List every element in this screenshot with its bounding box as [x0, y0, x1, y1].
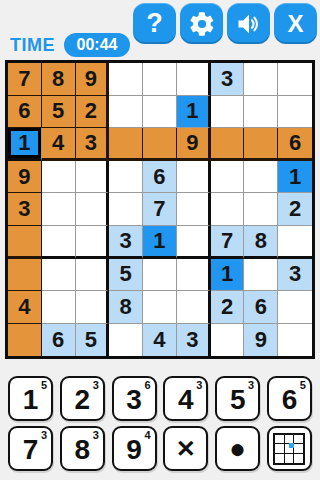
- time-label: TIME: [10, 35, 55, 56]
- speaker-icon: [235, 10, 263, 38]
- cell-r1c3[interactable]: 9: [76, 63, 110, 96]
- cell-r3c4[interactable]: [109, 128, 143, 161]
- cell-r6c8[interactable]: 8: [244, 226, 278, 259]
- cell-r5c5[interactable]: 7: [143, 193, 177, 226]
- cell-r1c8[interactable]: [244, 63, 278, 96]
- cell-r7c3[interactable]: [76, 259, 110, 292]
- cell-r1c2[interactable]: 8: [42, 63, 76, 96]
- cell-r9c2[interactable]: 6: [42, 324, 76, 357]
- cell-r1c4[interactable]: [109, 63, 143, 96]
- cell-r6c6[interactable]: [177, 226, 211, 259]
- cell-r3c1[interactable]: 1: [8, 128, 42, 161]
- cell-r4c9[interactable]: 1: [278, 161, 312, 194]
- cell-r7c1[interactable]: [8, 259, 42, 292]
- cell-r5c3[interactable]: [76, 193, 110, 226]
- cell-r5c9[interactable]: 2: [278, 193, 312, 226]
- cell-r1c9[interactable]: [278, 63, 312, 96]
- cell-r4c2[interactable]: [42, 161, 76, 194]
- cell-r8c4[interactable]: 8: [109, 291, 143, 324]
- cell-r3c7[interactable]: [211, 128, 245, 161]
- cell-r5c2[interactable]: [42, 193, 76, 226]
- cell-r8c8[interactable]: 6: [244, 291, 278, 324]
- notes-button[interactable]: [267, 426, 312, 471]
- cell-r3c8[interactable]: [244, 128, 278, 161]
- cell-r6c4[interactable]: 3: [109, 226, 143, 259]
- help-icon: ?: [146, 10, 163, 37]
- cell-r2c3[interactable]: 2: [76, 96, 110, 129]
- cell-r8c7[interactable]: 2: [211, 291, 245, 324]
- key-3[interactable]: 36: [112, 376, 157, 421]
- sudoku-grid: 78936521143969613723178513482665439: [5, 60, 315, 359]
- cell-r2c7[interactable]: [211, 96, 245, 129]
- cell-r2c2[interactable]: 5: [42, 96, 76, 129]
- key-7[interactable]: 73: [8, 426, 53, 471]
- cell-r2c1[interactable]: 6: [8, 96, 42, 129]
- cell-r9c9[interactable]: [278, 324, 312, 357]
- time-row: TIME 00:44: [10, 33, 130, 57]
- cell-r9c3[interactable]: 5: [76, 324, 110, 357]
- cell-r7c9[interactable]: 3: [278, 259, 312, 292]
- cell-r2c6[interactable]: 1: [177, 96, 211, 129]
- cell-r2c8[interactable]: [244, 96, 278, 129]
- cell-r8c2[interactable]: [42, 291, 76, 324]
- cell-r5c7[interactable]: [211, 193, 245, 226]
- header: ? X TIME 00:44: [0, 0, 320, 60]
- cell-r4c6[interactable]: [177, 161, 211, 194]
- key-8[interactable]: 83: [60, 426, 105, 471]
- cell-r3c6[interactable]: 9: [177, 128, 211, 161]
- cell-r1c1[interactable]: 7: [8, 63, 42, 96]
- cell-r6c7[interactable]: 7: [211, 226, 245, 259]
- cell-r9c7[interactable]: [211, 324, 245, 357]
- help-button[interactable]: ?: [133, 3, 176, 44]
- cell-r9c6[interactable]: 3: [177, 324, 211, 357]
- settings-button[interactable]: [180, 3, 223, 44]
- cell-r3c3[interactable]: 3: [76, 128, 110, 161]
- cell-r3c9[interactable]: 6: [278, 128, 312, 161]
- cell-r3c5[interactable]: [143, 128, 177, 161]
- cell-r4c8[interactable]: [244, 161, 278, 194]
- cell-r5c6[interactable]: [177, 193, 211, 226]
- cell-r6c2[interactable]: [42, 226, 76, 259]
- cell-r7c4[interactable]: 5: [109, 259, 143, 292]
- cell-r7c6[interactable]: [177, 259, 211, 292]
- cell-r9c4[interactable]: [109, 324, 143, 357]
- cell-r5c8[interactable]: [244, 193, 278, 226]
- cell-r8c5[interactable]: [143, 291, 177, 324]
- cell-r7c7[interactable]: 1: [211, 259, 245, 292]
- cell-r1c5[interactable]: [143, 63, 177, 96]
- cell-r2c4[interactable]: [109, 96, 143, 129]
- cell-r4c3[interactable]: [76, 161, 110, 194]
- timer-value: 00:44: [64, 33, 130, 57]
- cell-r5c4[interactable]: [109, 193, 143, 226]
- key-5[interactable]: 53: [215, 376, 260, 421]
- cell-r8c3[interactable]: [76, 291, 110, 324]
- cell-r3c2[interactable]: 4: [42, 128, 76, 161]
- cell-r2c5[interactable]: [143, 96, 177, 129]
- cell-r1c7[interactable]: 3: [211, 63, 245, 96]
- cell-r8c1[interactable]: 4: [8, 291, 42, 324]
- cell-r1c6[interactable]: [177, 63, 211, 96]
- sound-button[interactable]: [227, 3, 270, 44]
- cell-r6c3[interactable]: [76, 226, 110, 259]
- cell-r4c7[interactable]: [211, 161, 245, 194]
- cell-r9c1[interactable]: [8, 324, 42, 357]
- pen-button[interactable]: ●: [215, 426, 260, 471]
- key-6[interactable]: 65: [267, 376, 312, 421]
- cell-r4c4[interactable]: [109, 161, 143, 194]
- erase-icon: ✕: [176, 437, 196, 461]
- cell-r8c9[interactable]: [278, 291, 312, 324]
- cell-r7c5[interactable]: [143, 259, 177, 292]
- close-button[interactable]: X: [274, 3, 317, 44]
- key-2[interactable]: 23: [60, 376, 105, 421]
- cell-r7c8[interactable]: [244, 259, 278, 292]
- keypad-row-2: 738394 ✕ ●: [8, 426, 312, 471]
- notes-grid-icon: [273, 433, 305, 465]
- key-4[interactable]: 43: [163, 376, 208, 421]
- cell-r9c5[interactable]: 4: [143, 324, 177, 357]
- cell-r4c1[interactable]: 9: [8, 161, 42, 194]
- erase-button[interactable]: ✕: [163, 426, 208, 471]
- cell-r5c1[interactable]: 3: [8, 193, 42, 226]
- pen-dot-icon: ●: [229, 435, 246, 463]
- cell-r7c2[interactable]: [42, 259, 76, 292]
- cell-r6c5[interactable]: 1: [143, 226, 177, 259]
- key-1[interactable]: 15: [8, 376, 53, 421]
- close-icon: X: [287, 12, 303, 36]
- cell-r2c9[interactable]: [278, 96, 312, 129]
- cell-r8c6[interactable]: [177, 291, 211, 324]
- cell-r6c9[interactable]: [278, 226, 312, 259]
- cell-r4c5[interactable]: 6: [143, 161, 177, 194]
- toolbar: ? X: [133, 3, 317, 44]
- keypad: 152336435365 738394 ✕ ●: [8, 376, 312, 471]
- cell-r6c1[interactable]: [8, 226, 42, 259]
- keypad-row-1: 152336435365: [8, 376, 312, 421]
- sudoku-app: ? X TIME 00:44 7893652114396961372317851…: [0, 0, 320, 480]
- key-9[interactable]: 94: [112, 426, 157, 471]
- gear-icon: [188, 10, 216, 38]
- cell-r9c8[interactable]: 9: [244, 324, 278, 357]
